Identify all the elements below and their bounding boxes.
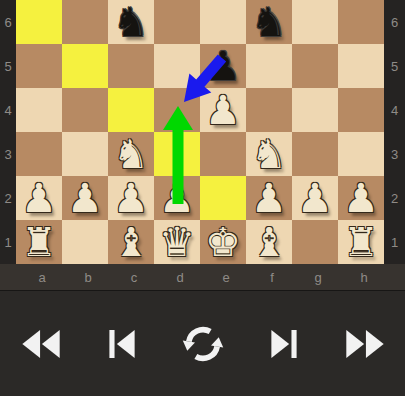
white-knight-c3[interactable]: ♞ [113, 134, 149, 174]
square-g4[interactable] [292, 88, 338, 132]
square-f6[interactable]: ♞ [246, 0, 292, 44]
square-f1[interactable]: ♝ [246, 220, 292, 264]
rank-label-5-right: 5 [384, 44, 405, 88]
square-g2[interactable]: ♟ [292, 176, 338, 220]
square-h4[interactable] [338, 88, 384, 132]
file-label-f: f [246, 264, 292, 290]
bar-left-triangle-icon [109, 330, 135, 358]
rank-label-5-left: 5 [0, 44, 16, 88]
white-pawn-a2[interactable]: ♟ [21, 178, 57, 218]
double-left-triangles-icon [22, 330, 60, 358]
step-back-button[interactable] [81, 291, 162, 396]
white-pawn-g2[interactable]: ♟ [297, 178, 333, 218]
square-b1[interactable] [62, 220, 108, 264]
rank-label-4-right: 4 [384, 88, 405, 132]
square-b6[interactable] [62, 0, 108, 44]
white-rook-h1[interactable]: ♜ [343, 222, 379, 262]
square-a1[interactable]: ♜ [16, 220, 62, 264]
square-e3[interactable] [200, 132, 246, 176]
square-e5[interactable]: ♟ [200, 44, 246, 88]
white-pawn-h2[interactable]: ♟ [343, 178, 379, 218]
square-d2[interactable]: ♟ [154, 176, 200, 220]
white-bishop-c1[interactable]: ♝ [113, 222, 149, 262]
square-g5[interactable] [292, 44, 338, 88]
circular-arrows-icon [182, 323, 224, 365]
square-d4[interactable] [154, 88, 200, 132]
rank-label-4-left: 4 [0, 88, 16, 132]
file-labels: abcdefgh [16, 264, 384, 290]
square-d5[interactable] [154, 44, 200, 88]
swap-refresh-button[interactable] [162, 291, 243, 396]
white-knight-f3[interactable]: ♞ [251, 134, 287, 174]
square-b4[interactable] [62, 88, 108, 132]
square-h6[interactable] [338, 0, 384, 44]
square-d6[interactable] [154, 0, 200, 44]
white-queen-d1[interactable]: ♛ [159, 222, 195, 262]
file-label-e: e [200, 264, 246, 290]
square-c3[interactable]: ♞ [108, 132, 154, 176]
white-pawn-e4[interactable]: ♟ [205, 90, 241, 130]
square-h2[interactable]: ♟ [338, 176, 384, 220]
black-pawn-e5[interactable]: ♟ [205, 46, 241, 86]
white-pawn-c2[interactable]: ♟ [113, 178, 149, 218]
square-e6[interactable] [200, 0, 246, 44]
square-f5[interactable] [246, 44, 292, 88]
square-e4[interactable]: ♟ [200, 88, 246, 132]
chess-board: 654321 ♞♞♟♟♞♞♟♟♟♟♟♟♟♜♝♛♚♝♜ 654321 [0, 0, 405, 290]
square-a5[interactable] [16, 44, 62, 88]
square-c6[interactable]: ♞ [108, 0, 154, 44]
file-label-d: d [154, 264, 200, 290]
rank-label-2-left: 2 [0, 176, 16, 220]
rank-label-1-right: 1 [384, 220, 405, 264]
square-b3[interactable] [62, 132, 108, 176]
square-d3[interactable] [154, 132, 200, 176]
rank-label-2-right: 2 [384, 176, 405, 220]
white-pawn-b2[interactable]: ♟ [67, 178, 103, 218]
square-c1[interactable]: ♝ [108, 220, 154, 264]
step-forward-button[interactable] [243, 291, 324, 396]
fast-rewind-button[interactable] [0, 291, 81, 396]
square-e1[interactable]: ♚ [200, 220, 246, 264]
white-rook-a1[interactable]: ♜ [21, 222, 57, 262]
file-label-b: b [62, 264, 108, 290]
board-grid: ♞♞♟♟♞♞♟♟♟♟♟♟♟♜♝♛♚♝♜ [16, 0, 384, 264]
rank-label-1-left: 1 [0, 220, 16, 264]
square-d1[interactable]: ♛ [154, 220, 200, 264]
rank-labels-right: 654321 [384, 0, 405, 264]
square-f2[interactable]: ♟ [246, 176, 292, 220]
white-bishop-f1[interactable]: ♝ [251, 222, 287, 262]
file-label-a: a [16, 264, 62, 290]
file-label-g: g [292, 264, 338, 290]
square-h3[interactable] [338, 132, 384, 176]
square-c4[interactable] [108, 88, 154, 132]
double-right-triangles-icon [346, 330, 384, 358]
white-king-e1[interactable]: ♚ [205, 222, 241, 262]
square-h5[interactable] [338, 44, 384, 88]
white-pawn-f2[interactable]: ♟ [251, 178, 287, 218]
chess-app-screen: 654321 ♞♞♟♟♞♞♟♟♟♟♟♟♟♜♝♛♚♝♜ 654321 abcdef… [0, 0, 405, 396]
fast-forward-button[interactable] [324, 291, 405, 396]
square-c2[interactable]: ♟ [108, 176, 154, 220]
file-label-c: c [108, 264, 154, 290]
right-triangle-bar-icon [271, 330, 297, 358]
file-label-h: h [338, 264, 384, 290]
square-a4[interactable] [16, 88, 62, 132]
square-a6[interactable] [16, 0, 62, 44]
square-e2[interactable] [200, 176, 246, 220]
white-pawn-d2[interactable]: ♟ [159, 178, 195, 218]
square-g3[interactable] [292, 132, 338, 176]
square-b5[interactable] [62, 44, 108, 88]
rank-label-3-right: 3 [384, 132, 405, 176]
square-c5[interactable] [108, 44, 154, 88]
navigation-toolbar [0, 290, 405, 396]
rank-labels-left: 654321 [0, 0, 16, 264]
rank-label-6-right: 6 [384, 0, 405, 44]
square-h1[interactable]: ♜ [338, 220, 384, 264]
square-f3[interactable]: ♞ [246, 132, 292, 176]
rank-label-3-left: 3 [0, 132, 16, 176]
rank-label-6-left: 6 [0, 0, 16, 44]
file-label-strip: abcdefgh [0, 264, 405, 290]
square-f4[interactable] [246, 88, 292, 132]
square-a2[interactable]: ♟ [16, 176, 62, 220]
black-knight-f6[interactable]: ♞ [251, 2, 287, 42]
square-g1[interactable] [292, 220, 338, 264]
square-a3[interactable] [16, 132, 62, 176]
square-g6[interactable] [292, 0, 338, 44]
black-knight-c6[interactable]: ♞ [113, 2, 149, 42]
square-b2[interactable]: ♟ [62, 176, 108, 220]
